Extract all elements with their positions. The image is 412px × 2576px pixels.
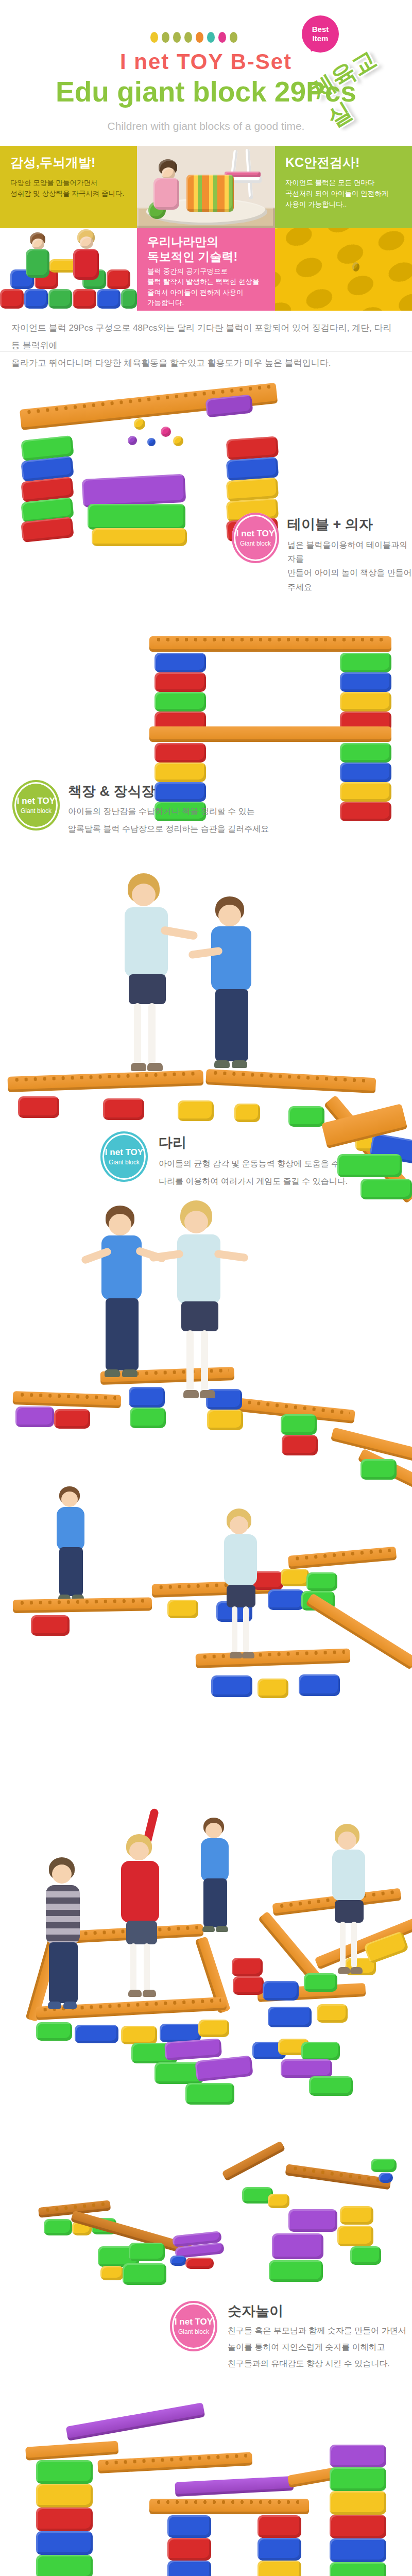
- kid-skirt: [126, 1921, 157, 1944]
- block: [207, 1410, 243, 1430]
- badge-line1: I net TOY: [12, 796, 60, 806]
- photo-kids-blocks: [0, 228, 137, 311]
- kid-face: [132, 884, 156, 906]
- plank: [97, 2452, 252, 2473]
- kid-shoe: [242, 1652, 254, 1658]
- feature-tech-body: 블럭 중간의 공기구멍으로 블럭 탈착시 발생하는 뻑뻑한 현상을 줄여서 아이…: [147, 266, 260, 308]
- dot: [207, 32, 215, 43]
- kid-shoe: [338, 1967, 350, 1974]
- section-title-shelf: 책장 & 장식장: [68, 782, 156, 801]
- block: [337, 1154, 402, 1177]
- kid-shoe: [63, 2002, 77, 2009]
- kid-shirt: [211, 926, 251, 991]
- kid-sweater: [46, 1885, 80, 1944]
- badge-line2: Giant block: [232, 540, 279, 547]
- photo-girl-toybox: [137, 146, 275, 228]
- block: [350, 2246, 381, 2265]
- block: [233, 1976, 264, 1995]
- badge-line1: I net TOY: [170, 2317, 217, 2327]
- badge-line2: Giant block: [12, 807, 60, 815]
- kid-shoe: [183, 1390, 199, 1398]
- kid-shoe: [143, 1990, 156, 1997]
- photo-stair-beams: [0, 1118, 412, 1484]
- badge-line1: I net TOY: [232, 529, 279, 539]
- toy-gear: [134, 418, 145, 430]
- kid-leg: [340, 1922, 346, 1968]
- block: [371, 2159, 397, 2172]
- kid-leg: [232, 1606, 237, 1653]
- block: [0, 289, 24, 309]
- product-detail-page: Best Item 체육교실 I net TOY B-Set Edu giant…: [0, 0, 412, 2576]
- block: [304, 1973, 337, 1992]
- block: [103, 1098, 144, 1120]
- best-item-badge: Best Item: [302, 15, 339, 53]
- kid-jacket: [121, 1861, 159, 1923]
- kid-shirt: [177, 1234, 220, 1304]
- kid-leg: [130, 1943, 136, 1992]
- block: [340, 692, 391, 711]
- block: [167, 2538, 211, 2561]
- block: [257, 2515, 301, 2538]
- block: [54, 1409, 90, 1429]
- block: [301, 2042, 340, 2060]
- kid-leg: [351, 1922, 357, 1968]
- block: [185, 2258, 214, 2269]
- block: [154, 782, 206, 802]
- block: [268, 2194, 289, 2208]
- block: [107, 269, 130, 289]
- block: [123, 2263, 166, 2285]
- block: [340, 2206, 373, 2225]
- kid-shoe: [128, 1990, 142, 1997]
- block: [167, 2561, 211, 2576]
- block: [100, 2266, 124, 2280]
- kid-pants: [59, 1547, 83, 1596]
- block: [282, 1435, 318, 1455]
- block: [48, 289, 72, 309]
- kid-body: [73, 249, 99, 280]
- block: [164, 2038, 222, 2061]
- photo-yellow-block-macro: [275, 228, 412, 311]
- block: [97, 289, 121, 309]
- block: [257, 2538, 301, 2561]
- plank: [13, 1597, 152, 1613]
- block: [272, 2233, 323, 2259]
- kid-shirt: [224, 1534, 257, 1586]
- stool-block: [92, 528, 187, 546]
- kid-shoe: [350, 1967, 363, 1974]
- block: [268, 2007, 312, 2027]
- plank: [205, 1069, 376, 1093]
- block: [121, 289, 137, 309]
- kid-shoe: [147, 1063, 163, 1071]
- plank-purple: [175, 2476, 294, 2497]
- kid-leg: [134, 1003, 141, 1065]
- block: [340, 653, 391, 672]
- toy-gear: [161, 427, 171, 437]
- dot: [184, 32, 192, 43]
- kid-pants: [203, 1878, 227, 1927]
- dot: [218, 32, 226, 43]
- block: [36, 2460, 93, 2484]
- kid-shorts: [129, 974, 166, 1004]
- block: [211, 1675, 252, 1697]
- block: [185, 2083, 234, 2105]
- block: [18, 1096, 59, 1118]
- dot: [150, 32, 158, 43]
- block: [129, 2243, 165, 2261]
- block: [340, 762, 391, 782]
- block: [44, 2219, 72, 2235]
- plank-tabletop: [149, 2499, 309, 2514]
- toy-gear: [147, 438, 156, 446]
- photo-hangang-bridge: [21, 2349, 402, 2576]
- block: [281, 1569, 309, 1586]
- kid-body: [153, 178, 179, 210]
- block: [154, 743, 206, 762]
- kid-leg: [148, 1003, 156, 1065]
- photo-number-shapes: [10, 2038, 407, 2285]
- inet-toy-badge: I net TOY Giant block: [232, 513, 279, 563]
- kid-shoe: [131, 1063, 146, 1071]
- feature-emotion-body: 다양한 모양을 만들어가면서 성취감 및 상상력을 자극시켜 줍니다.: [10, 178, 124, 199]
- kid-leg: [201, 1330, 208, 1392]
- block: [281, 1414, 317, 1435]
- dot: [162, 32, 169, 43]
- feature-emotion-title: 감성,두뇌개발!: [10, 154, 95, 171]
- feature-emotion-panel: 감성,두뇌개발! 다양한 모양을 만들어가면서 성취감 및 상상력을 자극시켜 …: [0, 146, 137, 228]
- block: [154, 762, 206, 782]
- block: [154, 653, 206, 672]
- plank: [7, 1070, 203, 1092]
- section-body-table: 넓은 블럭을이용하여 테이블과의자를 만들어 아이의 놀이 책상을 만들어 주세…: [287, 538, 412, 594]
- kid-leg: [243, 1606, 249, 1653]
- block: [330, 2491, 386, 2515]
- kid-shirt: [57, 1507, 84, 1551]
- block: [167, 1600, 198, 1618]
- plank: [221, 2141, 285, 2181]
- kid-face: [129, 1842, 149, 1860]
- block: [73, 289, 96, 309]
- kid-shoe: [202, 1926, 215, 1932]
- plank-shelf-top: [149, 636, 391, 652]
- block: [330, 2515, 386, 2538]
- toy-gear: [173, 436, 183, 446]
- page-headline: Edu giant block 29Pcs: [0, 75, 412, 108]
- block: [31, 1615, 70, 1636]
- kid-face: [61, 1492, 78, 1507]
- block: [195, 2055, 253, 2081]
- kid-shoe: [200, 1390, 215, 1398]
- plank-purple: [66, 2402, 205, 2441]
- kid-face: [80, 236, 93, 249]
- block: [360, 1459, 397, 1480]
- feature-kc-body: 자이언트 블럭은 모든 면마다 곡선처리 되어 아이들이 안전하게 사용이 가능…: [285, 178, 388, 210]
- kid-face: [32, 239, 44, 250]
- photo-track-frames: [15, 1803, 412, 2040]
- inet-toy-badge: I net TOY Giant block: [170, 2301, 217, 2351]
- block: [379, 2173, 393, 2183]
- kid-skirt: [335, 1900, 364, 1923]
- block: [337, 2226, 373, 2246]
- dot: [173, 32, 181, 43]
- block: [309, 2076, 353, 2096]
- block: [257, 1679, 288, 1698]
- block: [232, 1958, 263, 1976]
- block: [257, 2561, 301, 2576]
- stool-block: [88, 504, 185, 530]
- block: [198, 2020, 229, 2037]
- block: [36, 2555, 93, 2576]
- kid-face: [338, 1832, 356, 1850]
- kid-face: [109, 1214, 131, 1235]
- block: [170, 2256, 186, 2266]
- plank: [258, 1911, 320, 1982]
- block: [281, 2059, 332, 2078]
- plank: [196, 1649, 351, 1668]
- kid-leg: [186, 1330, 194, 1392]
- page-title: I net TOY B-Set: [0, 49, 412, 74]
- kid-shoe: [216, 1926, 228, 1932]
- block: [36, 2531, 93, 2555]
- block: [340, 672, 391, 692]
- kid-skirt: [181, 1301, 218, 1331]
- air-hole: [352, 262, 359, 272]
- kid-pants: [215, 989, 248, 1061]
- kid-face: [184, 1211, 208, 1233]
- block: [330, 2562, 386, 2576]
- kid-shoe: [48, 2002, 61, 2009]
- plank: [288, 1547, 397, 1569]
- photo-table-and-chairs: [10, 361, 319, 546]
- block: [330, 2445, 386, 2467]
- kid-pants: [106, 1298, 139, 1370]
- inet-toy-badge: I net TOY Giant block: [12, 780, 60, 831]
- page-tagline: Children with giant blocks of a good tim…: [0, 120, 412, 132]
- feature-tech-title: 우리나라만의 독보적인 기술력!: [147, 234, 237, 264]
- section-title-numbers: 숫자놀이: [228, 2302, 283, 2320]
- stud-pattern: [275, 228, 412, 311]
- plank: [13, 1391, 122, 1408]
- divider: [0, 351, 412, 352]
- block: [154, 672, 206, 692]
- kid-shoe: [214, 1060, 230, 1068]
- block: [330, 2538, 386, 2562]
- kid-face: [205, 1823, 222, 1838]
- block: [36, 2507, 93, 2531]
- block: [330, 2467, 386, 2491]
- kid-shirt: [201, 1838, 229, 1882]
- block: [299, 1674, 340, 1696]
- block: [306, 1572, 337, 1591]
- section-body-shelf: 아이들의 장난감을 수납하거나 책을 정리할 수 있는 알록달록 블럭 수납장으…: [68, 803, 269, 837]
- feature-tech-panel: 우리나라만의 독보적인 기술력! 블럭 중간의 공기구멍으로 블럭 탈착시 발생…: [137, 228, 275, 311]
- kid-shoe: [105, 1369, 120, 1377]
- block: [340, 802, 391, 821]
- kid-face: [218, 905, 241, 926]
- toy-basket: [186, 175, 234, 212]
- kid-shoe: [122, 1369, 138, 1377]
- block: [360, 1179, 412, 1199]
- kid-leg: [144, 1943, 150, 1992]
- block: [317, 2004, 348, 2023]
- badge-line2: Giant block: [170, 2328, 217, 2335]
- plank-shelf-mid: [149, 726, 391, 742]
- feature-kc-panel: KC안전검사! 자이언트 블럭은 모든 면마다 곡선처리 되어 아이들이 안전하…: [275, 146, 412, 228]
- kid-shoe: [232, 1060, 247, 1068]
- block: [340, 743, 391, 762]
- kid-face: [52, 1865, 72, 1884]
- block: [252, 1571, 283, 1590]
- dot: [230, 32, 237, 43]
- block: [340, 782, 391, 802]
- plank: [25, 2441, 118, 2460]
- block: [130, 1408, 166, 1428]
- kid-shirt: [125, 907, 168, 977]
- kid-body: [26, 249, 49, 278]
- block: [24, 289, 48, 309]
- stool-block: [82, 474, 186, 507]
- block: [167, 2515, 211, 2538]
- photo-bookshelf: [139, 587, 407, 829]
- kid-pants: [49, 1942, 78, 2003]
- kid-face: [230, 1516, 248, 1534]
- kid-shirt: [101, 1235, 142, 1300]
- kid-skirt: [227, 1585, 255, 1607]
- block: [15, 1406, 54, 1427]
- photo-zigzag-course: [0, 1484, 412, 1700]
- block: [36, 2484, 93, 2507]
- block: [129, 1387, 165, 1408]
- block: [268, 1589, 304, 1610]
- feature-kc-title: KC안전검사!: [285, 154, 359, 171]
- block: [263, 1981, 299, 2001]
- block: [269, 2260, 323, 2282]
- kid-shirt: [332, 1850, 365, 1901]
- section-title-table: 테이블 + 의자: [287, 515, 373, 534]
- kid-shoe: [230, 1652, 242, 1658]
- dot: [196, 32, 203, 43]
- block: [154, 692, 206, 711]
- block: [288, 2209, 337, 2232]
- toy-gear: [128, 436, 137, 445]
- dots-row: [150, 32, 237, 43]
